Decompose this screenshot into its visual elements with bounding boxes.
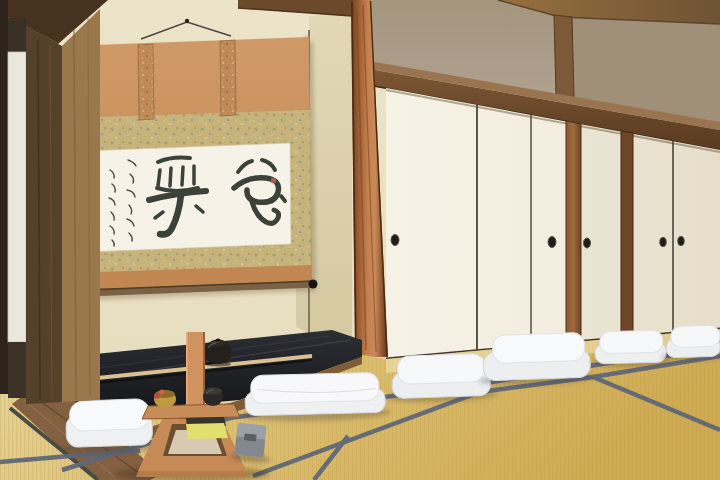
hanging-hook <box>185 19 189 23</box>
futai-strip-left <box>138 44 154 120</box>
tatami-room-photo: Traditional Japanese tatami room: a toko… <box>0 0 720 480</box>
fusuma-handle-icon <box>584 238 591 248</box>
fusuma-handle-icon <box>660 237 666 246</box>
left-wall-edge <box>0 0 100 404</box>
black-tea-bowl <box>203 388 223 407</box>
left-pillar-dark-face <box>26 27 62 404</box>
fusuma-right-plane-shading <box>580 124 720 342</box>
cushion-stack <box>59 398 157 455</box>
fusuma-handle-icon <box>391 235 399 246</box>
fusuma-handle-icon <box>678 236 684 245</box>
stand-backboard <box>186 332 205 412</box>
tokonoma-side-wall <box>309 14 352 352</box>
room-scene <box>0 0 720 480</box>
shoji-panel <box>8 52 26 342</box>
futai-strip-right <box>220 40 236 116</box>
corner-post <box>554 15 574 97</box>
fusuma-handle-icon <box>548 237 556 248</box>
brass-cup <box>154 390 176 409</box>
pillar-middle <box>566 121 581 350</box>
cushion-stack <box>240 372 391 423</box>
pillar-right <box>621 131 633 340</box>
yellow-papers <box>186 423 228 439</box>
left-pillar-light-face <box>62 9 100 402</box>
left-dark-edge <box>0 0 8 394</box>
stand-shelf <box>142 404 240 419</box>
cushion-stack <box>385 353 497 404</box>
cushion-stack <box>477 332 595 387</box>
cushion-stack <box>590 330 671 368</box>
